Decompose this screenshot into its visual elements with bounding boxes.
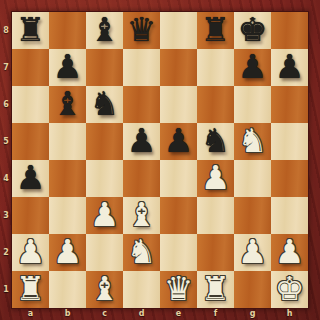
rank-label-7: 7: [1, 49, 11, 86]
black-bishop: ♝: [53, 87, 83, 120]
square-b7[interactable]: ♟: [49, 49, 86, 86]
white-pawn: ♟: [16, 235, 46, 268]
file-label-b: b: [49, 308, 86, 320]
square-h7[interactable]: ♟: [271, 49, 308, 86]
square-f1[interactable]: ♜: [197, 271, 234, 308]
rank-label-4: 4: [1, 160, 11, 197]
square-a5[interactable]: [12, 123, 49, 160]
white-bishop: ♝: [90, 272, 120, 305]
square-d7[interactable]: [123, 49, 160, 86]
square-h3[interactable]: [271, 197, 308, 234]
square-g2[interactable]: ♟: [234, 234, 271, 271]
square-b6[interactable]: ♝: [49, 86, 86, 123]
square-c6[interactable]: ♞: [86, 86, 123, 123]
square-f5[interactable]: ♞: [197, 123, 234, 160]
square-e5[interactable]: ♟: [160, 123, 197, 160]
square-g1[interactable]: [234, 271, 271, 308]
file-label-h: h: [271, 308, 308, 320]
square-c1[interactable]: ♝: [86, 271, 123, 308]
square-h5[interactable]: [271, 123, 308, 160]
white-pawn: ♟: [201, 161, 231, 194]
black-pawn: ♟: [127, 124, 157, 157]
rank-label-8: 8: [1, 12, 11, 49]
square-e1[interactable]: ♛: [160, 271, 197, 308]
file-label-g: g: [234, 308, 271, 320]
file-label-c: c: [86, 308, 123, 320]
square-a1[interactable]: ♜: [12, 271, 49, 308]
black-bishop: ♝: [90, 13, 120, 46]
white-knight: ♞: [127, 235, 157, 268]
black-knight: ♞: [201, 124, 231, 157]
square-f4[interactable]: ♟: [197, 160, 234, 197]
black-pawn: ♟: [16, 161, 46, 194]
square-h2[interactable]: ♟: [271, 234, 308, 271]
square-b3[interactable]: [49, 197, 86, 234]
square-g7[interactable]: ♟: [234, 49, 271, 86]
square-e7[interactable]: [160, 49, 197, 86]
chess-board-frame: ♜♝♛♜♚♟♟♟♝♞♟♟♞♞♟♟♟♝♟♟♞♟♟♜♝♛♜♚ 87654321 ab…: [0, 0, 320, 320]
square-d8[interactable]: ♛: [123, 12, 160, 49]
rank-label-3: 3: [1, 197, 11, 234]
black-king: ♚: [238, 13, 268, 46]
white-pawn: ♟: [90, 198, 120, 231]
square-a8[interactable]: ♜: [12, 12, 49, 49]
square-g4[interactable]: [234, 160, 271, 197]
square-c3[interactable]: ♟: [86, 197, 123, 234]
square-g3[interactable]: [234, 197, 271, 234]
square-e8[interactable]: [160, 12, 197, 49]
square-a3[interactable]: [12, 197, 49, 234]
square-f8[interactable]: ♜: [197, 12, 234, 49]
square-g8[interactable]: ♚: [234, 12, 271, 49]
file-label-e: e: [160, 308, 197, 320]
white-rook: ♜: [201, 272, 231, 305]
black-queen: ♛: [127, 13, 157, 46]
square-h4[interactable]: [271, 160, 308, 197]
square-f2[interactable]: [197, 234, 234, 271]
white-pawn: ♟: [53, 235, 83, 268]
square-c7[interactable]: [86, 49, 123, 86]
square-e2[interactable]: [160, 234, 197, 271]
square-e3[interactable]: [160, 197, 197, 234]
rank-label-1: 1: [1, 271, 11, 308]
black-rook: ♜: [201, 13, 231, 46]
white-rook: ♜: [16, 272, 46, 305]
square-e6[interactable]: [160, 86, 197, 123]
square-d5[interactable]: ♟: [123, 123, 160, 160]
black-pawn: ♟: [238, 50, 268, 83]
square-c5[interactable]: [86, 123, 123, 160]
white-bishop: ♝: [127, 198, 157, 231]
square-g5[interactable]: ♞: [234, 123, 271, 160]
file-label-d: d: [123, 308, 160, 320]
black-rook: ♜: [16, 13, 46, 46]
square-e4[interactable]: [160, 160, 197, 197]
square-f7[interactable]: [197, 49, 234, 86]
square-f6[interactable]: [197, 86, 234, 123]
square-d2[interactable]: ♞: [123, 234, 160, 271]
square-h1[interactable]: ♚: [271, 271, 308, 308]
square-b4[interactable]: [49, 160, 86, 197]
black-pawn: ♟: [275, 50, 305, 83]
black-pawn: ♟: [53, 50, 83, 83]
black-knight: ♞: [90, 87, 120, 120]
white-queen: ♛: [164, 272, 194, 305]
square-b8[interactable]: [49, 12, 86, 49]
white-king: ♚: [275, 272, 305, 305]
square-c4[interactable]: [86, 160, 123, 197]
square-d6[interactable]: [123, 86, 160, 123]
square-h8[interactable]: [271, 12, 308, 49]
file-label-f: f: [197, 308, 234, 320]
square-d1[interactable]: [123, 271, 160, 308]
rank-label-2: 2: [1, 234, 11, 271]
square-c8[interactable]: ♝: [86, 12, 123, 49]
square-b2[interactable]: ♟: [49, 234, 86, 271]
square-a7[interactable]: [12, 49, 49, 86]
square-a2[interactable]: ♟: [12, 234, 49, 271]
square-d4[interactable]: [123, 160, 160, 197]
square-a4[interactable]: ♟: [12, 160, 49, 197]
file-label-a: a: [12, 308, 49, 320]
rank-label-5: 5: [1, 123, 11, 160]
square-b1[interactable]: [49, 271, 86, 308]
black-pawn: ♟: [164, 124, 194, 157]
white-pawn: ♟: [275, 235, 305, 268]
square-f3[interactable]: [197, 197, 234, 234]
square-d3[interactable]: ♝: [123, 197, 160, 234]
square-b5[interactable]: [49, 123, 86, 160]
white-knight: ♞: [238, 124, 268, 157]
square-g6[interactable]: [234, 86, 271, 123]
white-pawn: ♟: [238, 235, 268, 268]
rank-label-6: 6: [1, 86, 11, 123]
square-a6[interactable]: [12, 86, 49, 123]
square-c2[interactable]: [86, 234, 123, 271]
chess-board: ♜♝♛♜♚♟♟♟♝♞♟♟♞♞♟♟♟♝♟♟♞♟♟♜♝♛♜♚: [12, 12, 308, 308]
square-h6[interactable]: [271, 86, 308, 123]
